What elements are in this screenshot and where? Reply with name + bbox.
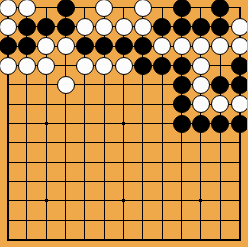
black-stone: [211, 115, 229, 133]
black-stone: [95, 37, 113, 55]
intersection-3-8[interactable]: [37, 133, 56, 152]
intersection-6-5[interactable]: [95, 75, 114, 94]
intersection-7-7[interactable]: [114, 114, 133, 133]
white-stone: [115, 57, 133, 75]
intersection-7-2[interactable]: [114, 17, 133, 36]
intersection-6-10[interactable]: [95, 172, 114, 191]
intersection-4-6[interactable]: [56, 95, 75, 114]
intersection-6-6[interactable]: [95, 95, 114, 114]
intersection-11-12[interactable]: [191, 211, 210, 230]
intersection-2-11[interactable]: [17, 191, 36, 210]
intersection-3-5[interactable]: [37, 75, 56, 94]
intersection-7-4[interactable]: [114, 56, 133, 75]
intersection-2-6[interactable]: [17, 95, 36, 114]
intersection-10-11[interactable]: [172, 191, 191, 210]
white-stone: [37, 57, 55, 75]
intersection-3-11[interactable]: [37, 191, 56, 210]
black-stone: [134, 37, 152, 55]
intersection-1-7[interactable]: [0, 114, 17, 133]
intersection-7-12[interactable]: [114, 211, 133, 230]
intersection-12-6[interactable]: [211, 95, 230, 114]
intersection-12-9[interactable]: [211, 153, 230, 172]
white-stone: [231, 18, 248, 36]
intersection-11-2[interactable]: [191, 17, 210, 36]
intersection-12-12[interactable]: [211, 211, 230, 230]
white-stone: [18, 0, 36, 17]
intersection-13-5[interactable]: [230, 75, 247, 94]
intersection-5-10[interactable]: [75, 172, 94, 191]
intersection-6-2[interactable]: [95, 17, 114, 36]
intersection-13-11[interactable]: [230, 191, 247, 210]
black-stone: [211, 18, 229, 36]
intersection-11-13[interactable]: [191, 230, 210, 247]
intersection-7-13[interactable]: [114, 230, 133, 247]
intersection-4-2[interactable]: [56, 17, 75, 36]
white-stone: [95, 57, 113, 75]
intersection-13-3[interactable]: [230, 37, 247, 56]
black-stone: [211, 0, 229, 17]
intersection-2-7[interactable]: [17, 114, 36, 133]
intersection-1-9[interactable]: [0, 153, 17, 172]
intersection-11-11[interactable]: [191, 191, 210, 210]
intersection-1-3[interactable]: [0, 37, 17, 56]
intersection-6-1[interactable]: [95, 0, 114, 17]
white-stone: [57, 37, 75, 55]
intersection-8-1[interactable]: [133, 0, 152, 17]
intersection-9-3[interactable]: [153, 37, 172, 56]
intersection-9-11[interactable]: [153, 191, 172, 210]
intersection-9-6[interactable]: [153, 95, 172, 114]
black-stone: [173, 115, 191, 133]
white-stone: [95, 18, 113, 36]
intersection-11-8[interactable]: [191, 133, 210, 152]
intersection-6-11[interactable]: [95, 191, 114, 210]
intersection-2-1[interactable]: [17, 0, 36, 17]
intersection-3-4[interactable]: [37, 56, 56, 75]
intersection-10-8[interactable]: [172, 133, 191, 152]
white-stone: [57, 76, 75, 94]
white-stone: [192, 57, 210, 75]
black-stone: [173, 0, 191, 17]
white-stone: [192, 37, 210, 55]
intersection-12-4[interactable]: [211, 56, 230, 75]
intersection-4-4[interactable]: [56, 56, 75, 75]
intersection-2-8[interactable]: [17, 133, 36, 152]
intersection-4-9[interactable]: [56, 153, 75, 172]
black-stone: [153, 57, 171, 75]
intersection-11-1[interactable]: [191, 0, 210, 17]
white-stone: [0, 18, 17, 36]
intersection-1-11[interactable]: [0, 191, 17, 210]
intersection-8-12[interactable]: [133, 211, 152, 230]
black-stone: [231, 76, 248, 94]
intersection-6-8[interactable]: [95, 133, 114, 152]
intersection-7-8[interactable]: [114, 133, 133, 152]
intersection-4-10[interactable]: [56, 172, 75, 191]
intersection-7-6[interactable]: [114, 95, 133, 114]
intersection-7-11[interactable]: [114, 191, 133, 210]
intersection-13-13[interactable]: [230, 230, 247, 247]
black-stone: [231, 115, 248, 133]
intersection-7-9[interactable]: [114, 153, 133, 172]
intersection-13-4[interactable]: [230, 56, 247, 75]
intersection-11-5[interactable]: [191, 75, 210, 94]
intersection-1-6[interactable]: [0, 95, 17, 114]
intersection-5-5[interactable]: [75, 75, 94, 94]
intersection-5-11[interactable]: [75, 191, 94, 210]
intersection-9-7[interactable]: [153, 114, 172, 133]
intersection-5-1[interactable]: [75, 0, 94, 17]
intersection-2-10[interactable]: [17, 172, 36, 191]
intersection-8-6[interactable]: [133, 95, 152, 114]
white-stone: [192, 95, 210, 113]
intersection-2-5[interactable]: [17, 75, 36, 94]
intersection-5-12[interactable]: [75, 211, 94, 230]
intersection-10-10[interactable]: [172, 172, 191, 191]
intersection-10-13[interactable]: [172, 230, 191, 247]
intersection-9-9[interactable]: [153, 153, 172, 172]
intersection-1-5[interactable]: [0, 75, 17, 94]
intersection-5-7[interactable]: [75, 114, 94, 133]
intersection-10-5[interactable]: [172, 75, 191, 94]
intersection-10-7[interactable]: [172, 114, 191, 133]
intersection-12-5[interactable]: [211, 75, 230, 94]
intersection-11-3[interactable]: [191, 37, 210, 56]
intersection-1-8[interactable]: [0, 133, 17, 152]
intersection-4-13[interactable]: [56, 230, 75, 247]
intersection-8-2[interactable]: [133, 17, 152, 36]
intersection-2-13[interactable]: [17, 230, 36, 247]
intersection-3-13[interactable]: [37, 230, 56, 247]
intersection-2-3[interactable]: [17, 37, 36, 56]
intersection-1-4[interactable]: [0, 56, 17, 75]
intersection-8-8[interactable]: [133, 133, 152, 152]
black-stone: [173, 57, 191, 75]
intersection-10-2[interactable]: [172, 17, 191, 36]
intersection-5-2[interactable]: [75, 17, 94, 36]
intersection-3-2[interactable]: [37, 17, 56, 36]
black-stone: [173, 76, 191, 94]
black-stone: [0, 37, 17, 55]
intersection-3-6[interactable]: [37, 95, 56, 114]
intersection-11-9[interactable]: [191, 153, 210, 172]
intersection-3-10[interactable]: [37, 172, 56, 191]
white-stone: [173, 37, 191, 55]
intersection-9-10[interactable]: [153, 172, 172, 191]
intersection-1-13[interactable]: [0, 230, 17, 247]
intersection-13-8[interactable]: [230, 133, 247, 152]
intersection-7-1[interactable]: [114, 0, 133, 17]
white-stone: [231, 95, 248, 113]
intersection-5-8[interactable]: [75, 133, 94, 152]
intersection-4-3[interactable]: [56, 37, 75, 56]
intersection-5-4[interactable]: [75, 56, 94, 75]
intersection-10-4[interactable]: [172, 56, 191, 75]
intersection-1-10[interactable]: [0, 172, 17, 191]
intersection-4-11[interactable]: [56, 191, 75, 210]
intersection-1-1[interactable]: [0, 0, 17, 17]
white-stone: [95, 0, 113, 17]
intersection-6-9[interactable]: [95, 153, 114, 172]
intersection-6-3[interactable]: [95, 37, 114, 56]
white-stone: [134, 18, 152, 36]
intersection-6-7[interactable]: [95, 114, 114, 133]
intersection-10-9[interactable]: [172, 153, 191, 172]
intersection-8-13[interactable]: [133, 230, 152, 247]
white-stone: [211, 37, 229, 55]
intersection-7-3[interactable]: [114, 37, 133, 56]
intersection-4-1[interactable]: [56, 0, 75, 17]
black-stone: [57, 0, 75, 17]
black-stone: [173, 18, 191, 36]
intersection-13-1[interactable]: [230, 0, 247, 17]
intersection-1-2[interactable]: [0, 17, 17, 36]
intersection-11-7[interactable]: [191, 114, 210, 133]
black-stone: [57, 18, 75, 36]
intersection-9-1[interactable]: [153, 0, 172, 17]
intersection-4-8[interactable]: [56, 133, 75, 152]
intersection-5-3[interactable]: [75, 37, 94, 56]
intersection-10-6[interactable]: [172, 95, 191, 114]
intersection-4-12[interactable]: [56, 211, 75, 230]
intersection-13-2[interactable]: [230, 17, 247, 36]
white-stone: [211, 95, 229, 113]
white-stone: [0, 0, 17, 17]
black-stone: [153, 18, 171, 36]
intersection-8-7[interactable]: [133, 114, 152, 133]
intersection-8-3[interactable]: [133, 37, 152, 56]
black-stone: [211, 76, 229, 94]
intersection-12-2[interactable]: [211, 17, 230, 36]
intersection-9-5[interactable]: [153, 75, 172, 94]
intersection-6-4[interactable]: [95, 56, 114, 75]
intersection-8-9[interactable]: [133, 153, 152, 172]
intersection-13-7[interactable]: [230, 114, 247, 133]
intersection-7-10[interactable]: [114, 172, 133, 191]
intersection-3-7[interactable]: [37, 114, 56, 133]
intersection-12-3[interactable]: [211, 37, 230, 56]
black-stone: [18, 37, 36, 55]
intersection-8-11[interactable]: [133, 191, 152, 210]
white-stone: [76, 57, 94, 75]
intersection-3-9[interactable]: [37, 153, 56, 172]
intersection-2-2[interactable]: [17, 17, 36, 36]
white-stone: [18, 57, 36, 75]
intersection-12-11[interactable]: [211, 191, 230, 210]
intersection-10-1[interactable]: [172, 0, 191, 17]
white-stone: [153, 37, 171, 55]
intersection-9-4[interactable]: [153, 56, 172, 75]
intersection-2-4[interactable]: [17, 56, 36, 75]
intersection-13-12[interactable]: [230, 211, 247, 230]
intersection-6-13[interactable]: [95, 230, 114, 247]
intersection-12-7[interactable]: [211, 114, 230, 133]
intersection-7-5[interactable]: [114, 75, 133, 94]
white-stone: [192, 76, 210, 94]
intersection-12-13[interactable]: [211, 230, 230, 247]
black-stone: [173, 95, 191, 113]
intersection-3-3[interactable]: [37, 37, 56, 56]
intersection-3-12[interactable]: [37, 211, 56, 230]
black-stone: [231, 57, 248, 75]
black-stone: [18, 18, 36, 36]
intersection-11-4[interactable]: [191, 56, 210, 75]
white-stone: [37, 37, 55, 55]
white-stone: [0, 57, 17, 75]
black-stone: [192, 18, 210, 36]
intersection-5-6[interactable]: [75, 95, 94, 114]
intersection-10-12[interactable]: [172, 211, 191, 230]
intersection-11-10[interactable]: [191, 172, 210, 191]
intersection-13-9[interactable]: [230, 153, 247, 172]
white-stone: [76, 18, 94, 36]
intersection-13-6[interactable]: [230, 95, 247, 114]
white-stone: [134, 0, 152, 17]
intersection-10-3[interactable]: [172, 37, 191, 56]
intersection-4-7[interactable]: [56, 114, 75, 133]
black-stone: [37, 18, 55, 36]
intersection-8-5[interactable]: [133, 75, 152, 94]
intersection-12-10[interactable]: [211, 172, 230, 191]
intersection-9-13[interactable]: [153, 230, 172, 247]
intersection-8-10[interactable]: [133, 172, 152, 191]
intersection-9-12[interactable]: [153, 211, 172, 230]
intersection-5-9[interactable]: [75, 153, 94, 172]
intersection-13-10[interactable]: [230, 172, 247, 191]
intersection-8-4[interactable]: [133, 56, 152, 75]
black-stone: [115, 37, 133, 55]
black-stone: [192, 115, 210, 133]
intersection-6-12[interactable]: [95, 211, 114, 230]
intersection-9-2[interactable]: [153, 17, 172, 36]
intersection-3-1[interactable]: [37, 0, 56, 17]
intersection-1-12[interactable]: [0, 211, 17, 230]
black-stone: [76, 37, 94, 55]
go-board: [0, 0, 247, 247]
intersection-5-13[interactable]: [75, 230, 94, 247]
intersection-12-8[interactable]: [211, 133, 230, 152]
intersection-11-6[interactable]: [191, 95, 210, 114]
intersection-2-12[interactable]: [17, 211, 36, 230]
intersection-2-9[interactable]: [17, 153, 36, 172]
intersection-4-5[interactable]: [56, 75, 75, 94]
intersection-12-1[interactable]: [211, 0, 230, 17]
intersection-9-8[interactable]: [153, 133, 172, 152]
white-stone: [115, 18, 133, 36]
white-stone: [231, 37, 248, 55]
black-stone: [134, 57, 152, 75]
